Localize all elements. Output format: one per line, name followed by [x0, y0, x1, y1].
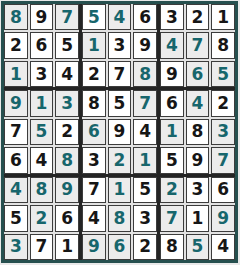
sudoku-cell-r5c8[interactable]: 8 [186, 119, 210, 145]
sudoku-cell-r3c6[interactable]: 8 [133, 61, 157, 87]
sudoku-box-7: 489526371 [4, 177, 79, 260]
sudoku-cell-r3c9[interactable]: 5 [211, 61, 235, 87]
sudoku-cell-r4c2[interactable]: 1 [30, 90, 54, 116]
sudoku-cell-r5c2[interactable]: 5 [30, 119, 54, 145]
sudoku-cell-r2c8[interactable]: 7 [186, 32, 210, 58]
sudoku-cell-r1c1[interactable]: 8 [4, 4, 28, 30]
sudoku-cell-r9c8[interactable]: 5 [186, 234, 210, 260]
sudoku-cell-r9c7[interactable]: 8 [160, 234, 184, 260]
sudoku-cell-r4c9[interactable]: 2 [211, 90, 235, 116]
sudoku-cell-r2c1[interactable]: 2 [4, 32, 28, 58]
sudoku-cell-r7c2[interactable]: 8 [30, 177, 54, 203]
sudoku-cell-r2c5[interactable]: 3 [108, 32, 132, 58]
sudoku-cell-r6c1[interactable]: 6 [4, 147, 28, 173]
sudoku-cell-r9c5[interactable]: 6 [108, 234, 132, 260]
sudoku-cell-r7c8[interactable]: 3 [186, 177, 210, 203]
sudoku-cell-r8c3[interactable]: 6 [55, 205, 79, 231]
sudoku-cell-r2c9[interactable]: 8 [211, 32, 235, 58]
sudoku-cell-r3c1[interactable]: 1 [4, 61, 28, 87]
sudoku-cell-r8c5[interactable]: 8 [108, 205, 132, 231]
sudoku-cell-r3c8[interactable]: 6 [186, 61, 210, 87]
sudoku-cell-r2c3[interactable]: 5 [55, 32, 79, 58]
sudoku-cell-r6c4[interactable]: 3 [82, 147, 106, 173]
sudoku-cell-r7c5[interactable]: 1 [108, 177, 132, 203]
sudoku-cell-r6c5[interactable]: 2 [108, 147, 132, 173]
sudoku-cell-r6c8[interactable]: 9 [186, 147, 210, 173]
sudoku-cell-r5c7[interactable]: 1 [160, 119, 184, 145]
sudoku-cell-r8c2[interactable]: 2 [30, 205, 54, 231]
sudoku-cell-r4c3[interactable]: 3 [55, 90, 79, 116]
sudoku-cell-r5c6[interactable]: 4 [133, 119, 157, 145]
sudoku-cell-r4c4[interactable]: 8 [82, 90, 106, 116]
sudoku-box-4: 913752648 [4, 90, 79, 173]
sudoku-cell-r3c2[interactable]: 3 [30, 61, 54, 87]
sudoku-cell-r6c2[interactable]: 4 [30, 147, 54, 173]
sudoku-cell-r4c8[interactable]: 4 [186, 90, 210, 116]
sudoku-cell-r9c3[interactable]: 1 [55, 234, 79, 260]
sudoku-box-3: 321478965 [160, 4, 235, 87]
sudoku-cell-r9c1[interactable]: 3 [4, 234, 28, 260]
sudoku-cell-r8c6[interactable]: 3 [133, 205, 157, 231]
sudoku-box-5: 857694321 [82, 90, 157, 173]
sudoku-cell-r5c4[interactable]: 6 [82, 119, 106, 145]
sudoku-cell-r4c6[interactable]: 7 [133, 90, 157, 116]
sudoku-cell-r1c4[interactable]: 5 [82, 4, 106, 30]
sudoku-cell-r1c3[interactable]: 7 [55, 4, 79, 30]
sudoku-cell-r2c7[interactable]: 4 [160, 32, 184, 58]
sudoku-cell-r3c7[interactable]: 9 [160, 61, 184, 87]
sudoku-cell-r8c8[interactable]: 1 [186, 205, 210, 231]
sudoku-cell-r2c2[interactable]: 6 [30, 32, 54, 58]
sudoku-cell-r3c3[interactable]: 4 [55, 61, 79, 87]
sudoku-cell-r1c7[interactable]: 3 [160, 4, 184, 30]
sudoku-cell-r4c1[interactable]: 9 [4, 90, 28, 116]
sudoku-box-9: 236719854 [160, 177, 235, 260]
sudoku-cell-r3c4[interactable]: 2 [82, 61, 106, 87]
sudoku-cell-r5c9[interactable]: 3 [211, 119, 235, 145]
sudoku-cell-r2c6[interactable]: 9 [133, 32, 157, 58]
sudoku-board: 8972651345461392783214789659137526488576… [1, 1, 238, 263]
sudoku-cell-r8c9[interactable]: 9 [211, 205, 235, 231]
sudoku-cell-r1c9[interactable]: 1 [211, 4, 235, 30]
sudoku-cell-r6c9[interactable]: 7 [211, 147, 235, 173]
sudoku-cell-r7c9[interactable]: 6 [211, 177, 235, 203]
sudoku-cell-r9c6[interactable]: 2 [133, 234, 157, 260]
sudoku-box-2: 546139278 [82, 4, 157, 87]
sudoku-cell-r1c5[interactable]: 4 [108, 4, 132, 30]
sudoku-cell-r1c6[interactable]: 6 [133, 4, 157, 30]
sudoku-cell-r8c1[interactable]: 5 [4, 205, 28, 231]
sudoku-cell-r7c3[interactable]: 9 [55, 177, 79, 203]
sudoku-cell-r4c5[interactable]: 5 [108, 90, 132, 116]
sudoku-cell-r6c6[interactable]: 1 [133, 147, 157, 173]
sudoku-box-6: 642183597 [160, 90, 235, 173]
sudoku-cell-r7c1[interactable]: 4 [4, 177, 28, 203]
sudoku-cell-r7c7[interactable]: 2 [160, 177, 184, 203]
sudoku-cell-r6c7[interactable]: 5 [160, 147, 184, 173]
sudoku-cell-r1c8[interactable]: 2 [186, 4, 210, 30]
sudoku-cell-r5c3[interactable]: 2 [55, 119, 79, 145]
sudoku-cell-r5c1[interactable]: 7 [4, 119, 28, 145]
sudoku-box-8: 715483962 [82, 177, 157, 260]
sudoku-cell-r3c5[interactable]: 7 [108, 61, 132, 87]
sudoku-cell-r7c4[interactable]: 7 [82, 177, 106, 203]
sudoku-cell-r4c7[interactable]: 6 [160, 90, 184, 116]
sudoku-cell-r1c2[interactable]: 9 [30, 4, 54, 30]
sudoku-cell-r9c2[interactable]: 7 [30, 234, 54, 260]
sudoku-cell-r7c6[interactable]: 5 [133, 177, 157, 203]
sudoku-cell-r6c3[interactable]: 8 [55, 147, 79, 173]
sudoku-cell-r9c4[interactable]: 9 [82, 234, 106, 260]
sudoku-cell-r8c4[interactable]: 4 [82, 205, 106, 231]
sudoku-cell-r2c4[interactable]: 1 [82, 32, 106, 58]
sudoku-box-1: 897265134 [4, 4, 79, 87]
sudoku-cell-r5c5[interactable]: 9 [108, 119, 132, 145]
sudoku-cell-r8c7[interactable]: 7 [160, 205, 184, 231]
sudoku-cell-r9c9[interactable]: 4 [211, 234, 235, 260]
